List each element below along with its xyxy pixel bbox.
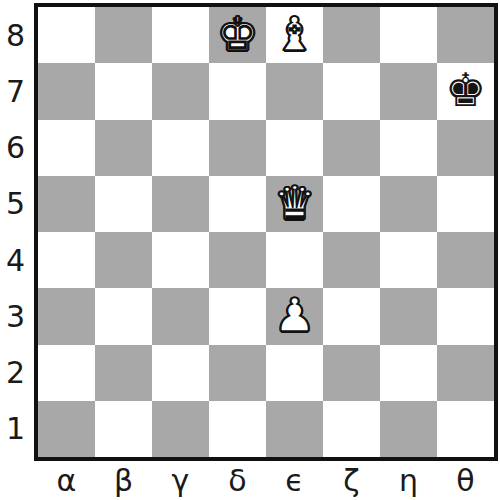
square-α5[interactable] [38,176,95,232]
square-δ7[interactable] [209,63,266,119]
square-η5[interactable] [380,176,437,232]
square-α4[interactable] [38,232,95,288]
rank-label-5: 5 [0,176,31,232]
square-η1[interactable] [380,401,437,457]
file-label-γ: γ [152,461,209,499]
square-η2[interactable] [380,345,437,401]
square-α8[interactable] [38,7,95,63]
square-δ4[interactable] [209,232,266,288]
square-α2[interactable] [38,345,95,401]
rank-label-3: 3 [0,288,31,344]
rank-label-1: 1 [0,401,31,457]
square-θ8[interactable] [437,7,494,63]
square-θ6[interactable] [437,120,494,176]
square-ζ1[interactable] [323,401,380,457]
square-β6[interactable] [95,120,152,176]
square-β5[interactable] [95,176,152,232]
white-bishop[interactable]: ♝ [274,11,315,57]
file-label-δ: δ [209,461,266,499]
square-ϵ1[interactable] [266,401,323,457]
square-θ5[interactable] [437,176,494,232]
square-δ1[interactable] [209,401,266,457]
square-ζ8[interactable] [323,7,380,63]
square-β3[interactable] [95,288,152,344]
square-ϵ2[interactable] [266,345,323,401]
square-θ7[interactable]: ♚ [437,63,494,119]
square-η8[interactable] [380,7,437,63]
rank-label-7: 7 [0,63,31,119]
file-label-ζ: ζ [323,461,380,499]
square-δ5[interactable] [209,176,266,232]
square-ϵ3[interactable]: ♟ [266,288,323,344]
square-α7[interactable] [38,63,95,119]
square-γ7[interactable] [152,63,209,119]
square-β2[interactable] [95,345,152,401]
file-label-α: α [38,461,95,499]
rank-label-2: 2 [0,345,31,401]
file-label-β: β [95,461,152,499]
square-γ4[interactable] [152,232,209,288]
chess-diagram: ♚♝♚♛♟ 87654321 αβγδϵζηθ [0,0,500,500]
white-king[interactable]: ♚ [217,11,258,57]
square-γ3[interactable] [152,288,209,344]
square-δ3[interactable] [209,288,266,344]
white-pawn[interactable]: ♟ [274,292,315,338]
rank-label-6: 6 [0,120,31,176]
rank-label-8: 8 [0,7,31,63]
square-δ2[interactable] [209,345,266,401]
square-α6[interactable] [38,120,95,176]
white-queen[interactable]: ♛ [274,180,315,226]
square-ϵ8[interactable]: ♝ [266,7,323,63]
square-β7[interactable] [95,63,152,119]
chess-board: ♚♝♚♛♟ [38,7,494,457]
square-β1[interactable] [95,401,152,457]
square-ϵ6[interactable] [266,120,323,176]
square-θ4[interactable] [437,232,494,288]
square-γ5[interactable] [152,176,209,232]
square-η4[interactable] [380,232,437,288]
square-δ8[interactable]: ♚ [209,7,266,63]
square-η3[interactable] [380,288,437,344]
square-γ1[interactable] [152,401,209,457]
square-γ2[interactable] [152,345,209,401]
square-η6[interactable] [380,120,437,176]
file-label-η: η [380,461,437,499]
square-γ6[interactable] [152,120,209,176]
square-θ2[interactable] [437,345,494,401]
square-ζ7[interactable] [323,63,380,119]
square-β4[interactable] [95,232,152,288]
square-α3[interactable] [38,288,95,344]
square-ϵ7[interactable] [266,63,323,119]
square-ζ3[interactable] [323,288,380,344]
black-king[interactable]: ♚ [445,67,486,113]
square-θ3[interactable] [437,288,494,344]
board-frame: ♚♝♚♛♟ [34,3,498,461]
square-β8[interactable] [95,7,152,63]
square-α1[interactable] [38,401,95,457]
square-δ6[interactable] [209,120,266,176]
square-η7[interactable] [380,63,437,119]
square-ζ4[interactable] [323,232,380,288]
square-ζ5[interactable] [323,176,380,232]
square-ϵ5[interactable]: ♛ [266,176,323,232]
square-ζ6[interactable] [323,120,380,176]
square-ζ2[interactable] [323,345,380,401]
rank-label-4: 4 [0,232,31,288]
square-θ1[interactable] [437,401,494,457]
square-ϵ4[interactable] [266,232,323,288]
file-label-θ: θ [437,461,494,499]
file-label-ϵ: ϵ [266,461,323,499]
square-γ8[interactable] [152,7,209,63]
